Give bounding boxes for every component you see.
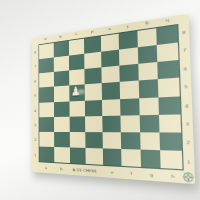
square-d3[interactable] (85, 116, 102, 132)
rank-label-right-1: 1 (186, 157, 191, 165)
file-label-top-f: f (124, 25, 132, 30)
rank-label-right-2: 2 (186, 138, 191, 146)
brand-logo-text: US CHESS (77, 168, 97, 174)
square-a5[interactable] (39, 87, 54, 102)
rank-label-right-4: 4 (184, 101, 189, 109)
square-f7[interactable] (119, 47, 138, 65)
square-b7[interactable] (54, 56, 69, 72)
square-e5[interactable] (102, 82, 120, 99)
rank-label-left-1: 1 (34, 151, 37, 157)
square-h1[interactable] (160, 150, 182, 169)
file-label-top-g: g (143, 22, 151, 27)
rank-label-right-5: 5 (184, 82, 189, 90)
square-b6[interactable] (54, 71, 69, 87)
square-d5[interactable] (85, 83, 102, 100)
square-b3[interactable] (54, 116, 69, 131)
board-grid: ♟ (38, 24, 183, 171)
square-a3[interactable] (39, 117, 54, 132)
square-d7[interactable] (84, 52, 101, 69)
square-b1[interactable] (54, 147, 70, 163)
rank-label-left-6: 6 (34, 78, 37, 84)
square-g6[interactable] (138, 62, 158, 81)
square-c6[interactable] (69, 69, 85, 86)
square-c4[interactable] (69, 100, 85, 116)
square-a2[interactable] (39, 132, 54, 147)
square-d4[interactable] (85, 100, 102, 116)
square-f1[interactable] (121, 149, 141, 167)
square-g7[interactable] (137, 45, 157, 64)
square-c3[interactable] (69, 116, 85, 132)
square-f6[interactable] (119, 64, 138, 82)
square-g2[interactable] (140, 132, 161, 150)
square-h4[interactable] (159, 96, 181, 115)
square-e2[interactable] (103, 132, 121, 149)
file-label-top-h: h (163, 19, 172, 24)
square-e1[interactable] (103, 148, 121, 166)
file-label-top-a: a (43, 38, 49, 42)
rank-label-left-5: 5 (34, 92, 37, 98)
square-e6[interactable] (101, 66, 119, 84)
square-g5[interactable] (138, 79, 158, 97)
square-b5[interactable] (54, 86, 69, 102)
rank-label-left-3: 3 (34, 122, 37, 128)
square-c1[interactable] (69, 147, 85, 164)
square-a7[interactable] (39, 58, 53, 74)
square-b2[interactable] (54, 132, 70, 148)
square-f2[interactable] (121, 132, 141, 149)
square-a1[interactable] (39, 146, 54, 162)
rank-label-right-3: 3 (185, 120, 190, 128)
compass-rose-icon (182, 172, 193, 183)
square-d2[interactable] (85, 132, 102, 148)
file-label-bottom-a: a (43, 165, 49, 170)
file-label-bottom-f: f (127, 171, 135, 177)
square-f5[interactable] (119, 81, 138, 99)
square-h3[interactable] (159, 114, 181, 132)
square-d6[interactable] (85, 68, 102, 85)
background-fabric: abcdefgh abcdefgh 87654321 87654321 ♟ ♞ … (0, 0, 200, 200)
file-label-top-d: d (89, 31, 96, 35)
file-label-top-e: e (106, 28, 114, 32)
square-h6[interactable] (158, 60, 180, 79)
white-pawn[interactable]: ♟ (71, 85, 81, 98)
square-g4[interactable] (139, 97, 160, 115)
square-g1[interactable] (140, 149, 161, 168)
file-label-top-b: b (57, 36, 63, 40)
file-label-bottom-e: e (108, 170, 116, 175)
rank-label-right-8: 8 (182, 28, 187, 36)
square-e4[interactable] (102, 99, 120, 116)
chess-mat: abcdefgh abcdefgh 87654321 87654321 ♟ ♞ … (32, 14, 195, 184)
knight-logo-icon: ♞ (72, 168, 75, 173)
square-f3[interactable] (120, 115, 139, 132)
rank-label-left-8: 8 (34, 49, 37, 55)
rank-label-left-2: 2 (34, 136, 37, 142)
square-g3[interactable] (139, 114, 160, 132)
rank-label-left-7: 7 (34, 63, 37, 69)
square-a4[interactable] (39, 102, 54, 117)
square-h7[interactable] (157, 43, 178, 63)
square-a6[interactable] (39, 72, 53, 88)
square-f4[interactable] (120, 98, 139, 115)
rank-label-right-7: 7 (182, 46, 187, 54)
square-e3[interactable] (102, 115, 120, 132)
square-h2[interactable] (160, 132, 182, 151)
square-d1[interactable] (86, 148, 103, 165)
square-b4[interactable] (54, 101, 69, 117)
square-c7[interactable] (69, 54, 85, 71)
square-h5[interactable] (158, 78, 180, 97)
file-label-top-c: c (73, 33, 80, 37)
file-label-bottom-g: g (147, 172, 156, 178)
rank-label-right-6: 6 (183, 64, 188, 72)
square-e7[interactable] (101, 50, 119, 68)
file-label-bottom-h: h (168, 173, 177, 179)
file-label-bottom-b: b (58, 166, 65, 171)
rank-label-left-4: 4 (34, 107, 37, 113)
square-c2[interactable] (69, 132, 85, 148)
square-c5[interactable]: ♟ (69, 85, 85, 101)
